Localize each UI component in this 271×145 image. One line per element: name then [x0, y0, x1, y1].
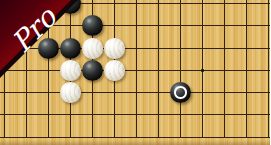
board-cell[interactable] — [38, 104, 60, 126]
board-cell[interactable] — [104, 82, 126, 104]
board-cell[interactable] — [148, 126, 170, 145]
go-app-screenshot: Pro — [0, 0, 270, 145]
black-stone — [82, 15, 103, 36]
board-cell[interactable] — [192, 15, 214, 37]
board-cell[interactable] — [148, 59, 170, 81]
board-cell[interactable] — [82, 0, 104, 15]
board-cell[interactable] — [192, 82, 214, 104]
board-cell[interactable] — [82, 59, 104, 81]
board-cell[interactable] — [170, 0, 192, 15]
white-stone — [104, 60, 125, 81]
star-point — [201, 69, 204, 72]
board-cell[interactable] — [38, 59, 60, 81]
board-cell[interactable] — [236, 82, 258, 104]
board-cell[interactable] — [170, 126, 192, 145]
board-cell[interactable] — [258, 15, 271, 37]
black-stone — [82, 60, 103, 81]
board-cell[interactable] — [258, 59, 271, 81]
white-stone — [60, 82, 81, 103]
board-cell[interactable] — [104, 37, 126, 59]
board-cell[interactable] — [126, 0, 148, 15]
board-cell[interactable] — [258, 0, 271, 15]
board-cell[interactable] — [126, 82, 148, 104]
board-cell[interactable] — [236, 0, 258, 15]
board-cell[interactable] — [170, 37, 192, 59]
board-cell[interactable] — [0, 104, 16, 126]
board-cell[interactable] — [60, 126, 82, 145]
board-cell[interactable] — [148, 104, 170, 126]
board-cell[interactable] — [214, 15, 236, 37]
board-cell[interactable] — [214, 104, 236, 126]
board-cell[interactable] — [16, 82, 38, 104]
board-cell[interactable] — [126, 15, 148, 37]
board-cell[interactable] — [104, 59, 126, 81]
board-cell[interactable] — [16, 104, 38, 126]
board-cell[interactable] — [60, 104, 82, 126]
board-cell[interactable] — [38, 82, 60, 104]
board-cell[interactable] — [214, 37, 236, 59]
board-cell[interactable] — [148, 82, 170, 104]
board-cell[interactable] — [60, 59, 82, 81]
board-cell[interactable] — [192, 104, 214, 126]
board-cell[interactable] — [236, 37, 258, 59]
board-cell[interactable] — [82, 37, 104, 59]
board-cell[interactable] — [258, 37, 271, 59]
board-cell[interactable] — [236, 104, 258, 126]
board-cell[interactable] — [126, 126, 148, 145]
board-cell[interactable] — [60, 37, 82, 59]
board-cell[interactable] — [214, 126, 236, 145]
board-cell[interactable] — [214, 59, 236, 81]
board-cell[interactable] — [0, 82, 16, 104]
board-cell[interactable] — [258, 126, 271, 145]
board-cell[interactable] — [38, 126, 60, 145]
board-cell[interactable] — [82, 15, 104, 37]
board-cell[interactable] — [192, 59, 214, 81]
board-cell[interactable] — [214, 0, 236, 15]
board-cell[interactable] — [126, 104, 148, 126]
board-cell[interactable] — [82, 82, 104, 104]
last-move-marker — [174, 86, 187, 99]
board-cell[interactable] — [192, 0, 214, 15]
board-cell[interactable] — [0, 126, 16, 145]
board-cell[interactable] — [104, 0, 126, 15]
white-stone — [104, 38, 125, 59]
white-stone — [82, 38, 103, 59]
board-cell[interactable] — [170, 82, 192, 104]
board-cell[interactable] — [148, 0, 170, 15]
board-cell[interactable] — [236, 59, 258, 81]
black-stone — [60, 38, 81, 59]
board-cell[interactable] — [82, 126, 104, 145]
board-cell[interactable] — [170, 104, 192, 126]
board-cell[interactable] — [16, 126, 38, 145]
board-cell[interactable] — [82, 104, 104, 126]
board-cell[interactable] — [104, 15, 126, 37]
board-cell[interactable] — [104, 126, 126, 145]
white-stone — [60, 60, 81, 81]
board-cell[interactable] — [192, 126, 214, 145]
board-cell[interactable] — [148, 15, 170, 37]
board-cell[interactable] — [126, 59, 148, 81]
board-cell[interactable] — [170, 15, 192, 37]
board-cell[interactable] — [104, 104, 126, 126]
board-cell[interactable] — [258, 104, 271, 126]
board-cell[interactable] — [214, 82, 236, 104]
board-cell[interactable] — [236, 126, 258, 145]
black-stone — [170, 82, 191, 103]
board-cell[interactable] — [170, 59, 192, 81]
board-cell[interactable] — [60, 82, 82, 104]
board-cell[interactable] — [148, 37, 170, 59]
board-cell[interactable] — [258, 82, 271, 104]
board-cell[interactable] — [192, 37, 214, 59]
board-cell[interactable] — [126, 37, 148, 59]
board-cell[interactable] — [236, 15, 258, 37]
